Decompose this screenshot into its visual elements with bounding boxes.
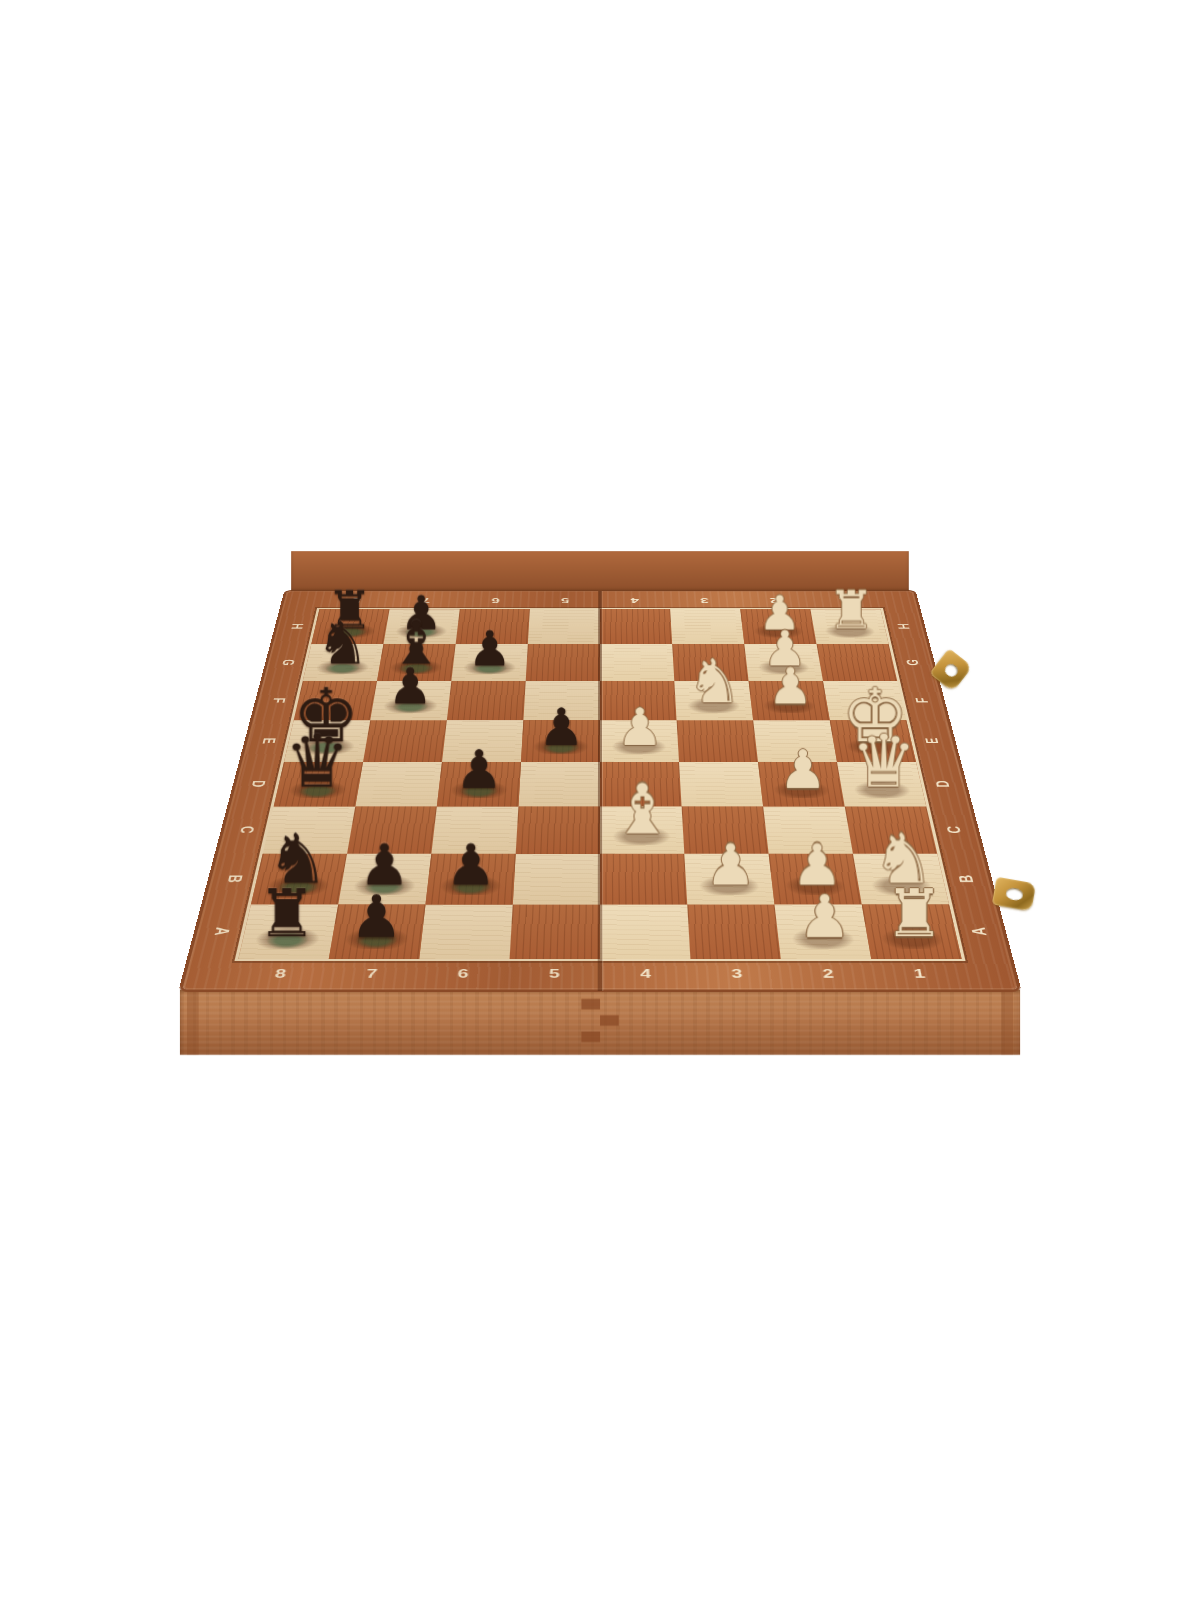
square-d7[interactable]: [355, 762, 442, 806]
square-g6[interactable]: ♟: [451, 644, 527, 681]
square-d1[interactable]: ♛: [837, 762, 926, 806]
chess-board[interactable]: 87654321 87654321 HGFEDCBA HGFEDCBA ♜♟♟♜…: [182, 591, 1017, 989]
black-pawn-g6[interactable]: ♟: [468, 626, 512, 672]
coord-label: F: [882, 690, 963, 711]
square-a3[interactable]: [687, 905, 781, 959]
square-f2[interactable]: ♟: [749, 681, 830, 720]
square-a4[interactable]: [600, 905, 690, 959]
square-b4[interactable]: [600, 854, 687, 905]
board-scene: 87654321 87654321 HGFEDCBA HGFEDCBA ♜♟♟♜…: [242, 404, 958, 1120]
coord-label: 2: [738, 591, 810, 609]
square-g4[interactable]: [600, 644, 674, 681]
coord-label: 8: [319, 591, 392, 609]
square-b3[interactable]: ♟: [684, 854, 774, 905]
box-joint-icon: [581, 1032, 600, 1043]
square-d6[interactable]: ♟: [437, 762, 521, 806]
square-h5[interactable]: [528, 609, 600, 644]
coord-label: 3: [669, 591, 740, 609]
black-pawn-b6[interactable]: ♟: [445, 838, 496, 892]
square-a7[interactable]: ♟: [329, 905, 426, 959]
square-a8[interactable]: ♜: [238, 905, 338, 959]
white-bishop-c4[interactable]: ♝: [611, 777, 673, 842]
black-pawn-d6[interactable]: ♟: [455, 745, 503, 796]
coord-label: F: [238, 690, 319, 711]
square-e4[interactable]: ♟: [600, 720, 679, 762]
white-rook-a1[interactable]: ♜: [884, 883, 943, 946]
coord-label: 7: [323, 959, 419, 990]
white-pawn-e4[interactable]: ♟: [616, 703, 662, 752]
square-a6[interactable]: [419, 905, 513, 959]
board-far-side-face: [291, 551, 909, 591]
square-e3[interactable]: [677, 720, 758, 762]
square-c4[interactable]: ♝: [600, 806, 684, 853]
square-c5[interactable]: [516, 806, 600, 853]
coords-top: 87654321: [319, 591, 880, 609]
square-a2[interactable]: ♟: [775, 905, 872, 959]
square-g5[interactable]: [526, 644, 600, 681]
square-f6[interactable]: [447, 681, 526, 720]
coord-label: 2: [781, 959, 877, 990]
square-b6[interactable]: ♟: [425, 854, 515, 905]
square-f3[interactable]: ♞: [674, 681, 753, 720]
black-pawn-f7[interactable]: ♟: [388, 663, 433, 711]
box-joint-icon: [600, 1015, 619, 1026]
coord-label: 6: [416, 959, 510, 990]
square-h3[interactable]: [670, 609, 744, 644]
square-a5[interactable]: [510, 905, 600, 959]
white-queen-d1[interactable]: ♛: [851, 726, 916, 795]
square-f7[interactable]: ♟: [370, 681, 451, 720]
square-e7[interactable]: [363, 720, 447, 762]
white-pawn-a2[interactable]: ♟: [798, 890, 851, 946]
coord-label: 5: [530, 591, 600, 609]
coord-label: 3: [690, 959, 784, 990]
square-d8[interactable]: ♛: [274, 762, 363, 806]
square-a1[interactable]: ♜: [862, 905, 962, 959]
coord-label: H: [258, 617, 334, 636]
square-e5[interactable]: ♟: [521, 720, 600, 762]
coord-label: 7: [390, 591, 462, 609]
white-pawn-f2[interactable]: ♟: [768, 663, 813, 711]
brass-clasp-icon[interactable]: [992, 877, 1036, 912]
square-d2[interactable]: ♟: [758, 762, 845, 806]
coord-label: 8: [231, 959, 328, 990]
coord-label: 5: [508, 959, 600, 990]
coord-label: 6: [460, 591, 531, 609]
black-queen-d8[interactable]: ♛: [284, 726, 349, 795]
coord-label: 4: [600, 591, 670, 609]
coord-label: 4: [600, 959, 692, 990]
white-pawn-b3[interactable]: ♟: [704, 838, 755, 892]
white-pawn-d2[interactable]: ♟: [778, 745, 826, 796]
box-joint-icon: [581, 999, 600, 1010]
coord-label: 1: [871, 959, 968, 990]
black-pawn-a7[interactable]: ♟: [349, 890, 402, 946]
board-front-side-face: [180, 990, 1020, 1055]
box-joint-icon: [1001, 990, 1013, 1055]
board-fold-seam: [598, 591, 603, 991]
box-joint-icon: [187, 990, 199, 1055]
coords-bottom: 87654321: [231, 959, 968, 990]
white-knight-f3[interactable]: ♞: [687, 653, 741, 711]
coord-label: H: [866, 617, 942, 636]
black-rook-a8[interactable]: ♜: [257, 883, 316, 946]
square-d3[interactable]: [679, 762, 763, 806]
coord-label: G: [248, 653, 326, 673]
photo-canvas: 87654321 87654321 HGFEDCBA HGFEDCBA ♜♟♟♜…: [0, 0, 1200, 1600]
black-pawn-e5[interactable]: ♟: [538, 703, 584, 752]
square-d5[interactable]: [518, 762, 600, 806]
square-b5[interactable]: [513, 854, 600, 905]
square-h4[interactable]: [600, 609, 672, 644]
coord-label: 1: [807, 591, 880, 609]
